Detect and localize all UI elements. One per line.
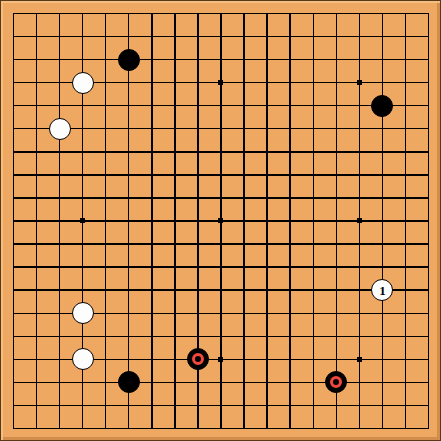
black-stone[interactable] — [371, 95, 393, 117]
black-stone-circle-marked[interactable] — [187, 348, 209, 370]
grid-line-vertical — [313, 13, 314, 429]
circle-marker-icon — [330, 376, 342, 388]
star-point — [218, 357, 223, 362]
grid-line-horizontal — [13, 266, 429, 267]
grid-line-horizontal — [13, 289, 429, 290]
grid-line-vertical — [243, 13, 244, 429]
star-point — [218, 218, 223, 223]
white-stone-move-1[interactable]: 1 — [371, 279, 393, 301]
grid-line-vertical — [428, 13, 429, 429]
star-point — [357, 80, 362, 85]
star-point — [218, 80, 223, 85]
white-stone[interactable] — [72, 302, 94, 324]
grid-line-horizontal — [13, 382, 429, 383]
grid-line-horizontal — [13, 428, 429, 429]
grid-line-horizontal — [13, 336, 429, 337]
star-point — [357, 357, 362, 362]
grid-line-horizontal — [13, 243, 429, 244]
go-board[interactable]: 1 — [0, 0, 441, 441]
go-diagram: 1 — [0, 0, 441, 441]
circle-marker-icon — [192, 353, 204, 365]
grid-line-vertical — [382, 13, 383, 429]
white-stone[interactable] — [72, 72, 94, 94]
grid-line-horizontal — [13, 405, 429, 406]
grid-line-vertical — [336, 13, 337, 429]
grid-line-vertical — [266, 13, 267, 429]
black-stone[interactable] — [118, 49, 140, 71]
white-stone[interactable] — [72, 348, 94, 370]
star-point — [80, 218, 85, 223]
star-point — [357, 218, 362, 223]
black-stone-circle-marked[interactable] — [325, 371, 347, 393]
white-stone[interactable] — [49, 118, 71, 140]
black-stone[interactable] — [118, 371, 140, 393]
move-number-label: 1 — [379, 284, 386, 297]
grid-line-vertical — [405, 13, 406, 429]
grid-line-vertical — [289, 13, 290, 429]
